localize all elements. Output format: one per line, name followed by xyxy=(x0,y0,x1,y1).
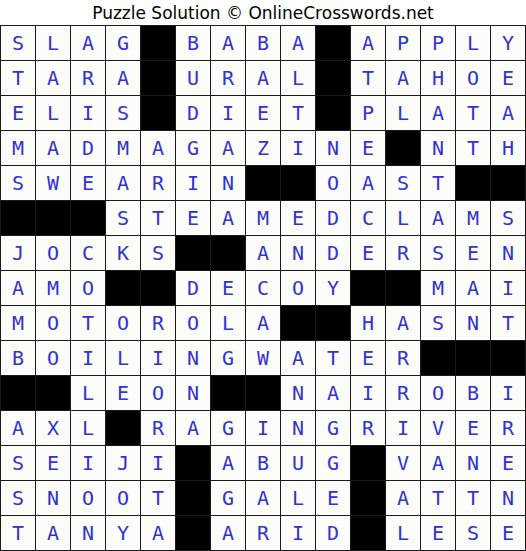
black-cell-r2-c10 xyxy=(316,61,350,95)
letter-cell-r13-c3: I xyxy=(71,446,105,480)
letter-cell-r14-c3: O xyxy=(71,481,105,515)
letter-cell-r7-c4: K xyxy=(106,236,140,270)
black-cell-r8-c4 xyxy=(106,271,140,305)
letter-cell-r6-c6: E xyxy=(176,201,210,235)
letter-cell-r15-c13: E xyxy=(421,516,455,550)
black-cell-r13-c6 xyxy=(176,446,210,480)
letter-cell-r3-c2: L xyxy=(36,96,70,130)
letter-cell-r12-c12: I xyxy=(386,411,420,445)
letter-cell-r1-c4: G xyxy=(106,26,140,60)
letter-cell-r1-c9: A xyxy=(281,26,315,60)
letter-cell-r9-c6: O xyxy=(176,306,210,340)
letter-cell-r5-c12: S xyxy=(386,166,420,200)
letter-cell-r14-c1: S xyxy=(1,481,35,515)
letter-cell-r4-c14: T xyxy=(456,131,490,165)
letter-cell-r5-c4: A xyxy=(106,166,140,200)
letter-cell-r2-c13: H xyxy=(421,61,455,95)
letter-cell-r10-c5: I xyxy=(141,341,175,375)
letter-cell-r2-c12: A xyxy=(386,61,420,95)
black-cell-r1-c10 xyxy=(316,26,350,60)
black-cell-r8-c5 xyxy=(141,271,175,305)
letter-cell-r3-c3: I xyxy=(71,96,105,130)
letter-cell-r10-c9: A xyxy=(281,341,315,375)
letter-cell-r9-c3: T xyxy=(71,306,105,340)
letter-cell-r12-c5: R xyxy=(141,411,175,445)
letter-cell-r10-c4: L xyxy=(106,341,140,375)
letter-cell-r15-c2: A xyxy=(36,516,70,550)
letter-cell-r4-c2: A xyxy=(36,131,70,165)
letter-cell-r15-c7: A xyxy=(211,516,245,550)
letter-cell-r6-c10: D xyxy=(316,201,350,235)
letter-cell-r8-c10: Y xyxy=(316,271,350,305)
letter-cell-r7-c3: C xyxy=(71,236,105,270)
black-cell-r5-c9 xyxy=(281,166,315,200)
letter-cell-r6-c8: M xyxy=(246,201,280,235)
letter-cell-r7-c8: A xyxy=(246,236,280,270)
letter-cell-r13-c14: N xyxy=(456,446,490,480)
black-cell-r15-c11 xyxy=(351,516,385,550)
letter-cell-r4-c7: A xyxy=(211,131,245,165)
letter-cell-r12-c3: L xyxy=(71,411,105,445)
black-cell-r11-c8 xyxy=(246,376,280,410)
letter-cell-r8-c6: D xyxy=(176,271,210,305)
letter-cell-r5-c7: N xyxy=(211,166,245,200)
letter-cell-r12-c7: G xyxy=(211,411,245,445)
letter-cell-r12-c14: E xyxy=(456,411,490,445)
letter-cell-r6-c7: A xyxy=(211,201,245,235)
letter-cell-r13-c8: B xyxy=(246,446,280,480)
letter-cell-r11-c12: R xyxy=(386,376,420,410)
letter-cell-r6-c11: C xyxy=(351,201,385,235)
letter-cell-r13-c1: S xyxy=(1,446,35,480)
letter-cell-r14-c12: A xyxy=(386,481,420,515)
letter-cell-r11-c3: L xyxy=(71,376,105,410)
black-cell-r14-c6 xyxy=(176,481,210,515)
letter-cell-r8-c3: O xyxy=(71,271,105,305)
letter-cell-r3-c14: T xyxy=(456,96,490,130)
black-cell-r7-c6 xyxy=(176,236,210,270)
black-cell-r11-c7 xyxy=(211,376,245,410)
letter-cell-r1-c7: A xyxy=(211,26,245,60)
letter-cell-r6-c12: L xyxy=(386,201,420,235)
letter-cell-r15-c10: D xyxy=(316,516,350,550)
letter-cell-r12-c9: N xyxy=(281,411,315,445)
letter-cell-r4-c3: D xyxy=(71,131,105,165)
letter-cell-r4-c9: I xyxy=(281,131,315,165)
letter-cell-r11-c6: N xyxy=(176,376,210,410)
black-cell-r15-c6 xyxy=(176,516,210,550)
black-cell-r10-c15 xyxy=(491,341,525,375)
letter-cell-r13-c10: G xyxy=(316,446,350,480)
letter-cell-r14-c4: O xyxy=(106,481,140,515)
letter-cell-r12-c1: A xyxy=(1,411,35,445)
letter-cell-r15-c14: S xyxy=(456,516,490,550)
letter-cell-r15-c15: E xyxy=(491,516,525,550)
letter-cell-r3-c9: T xyxy=(281,96,315,130)
black-cell-r14-c11 xyxy=(351,481,385,515)
letter-cell-r7-c2: O xyxy=(36,236,70,270)
letter-cell-r9-c11: H xyxy=(351,306,385,340)
black-cell-r8-c12 xyxy=(386,271,420,305)
letter-cell-r15-c9: I xyxy=(281,516,315,550)
letter-cell-r7-c13: S xyxy=(421,236,455,270)
black-cell-r13-c11 xyxy=(351,446,385,480)
letter-cell-r2-c15: E xyxy=(491,61,525,95)
letter-cell-r2-c1: T xyxy=(1,61,35,95)
letter-cell-r14-c13: T xyxy=(421,481,455,515)
letter-cell-r5-c11: A xyxy=(351,166,385,200)
letter-cell-r3-c6: D xyxy=(176,96,210,130)
letter-cell-r1-c11: A xyxy=(351,26,385,60)
letter-cell-r4-c11: E xyxy=(351,131,385,165)
black-cell-r9-c9 xyxy=(281,306,315,340)
letter-cell-r6-c4: S xyxy=(106,201,140,235)
letter-cell-r3-c11: P xyxy=(351,96,385,130)
letter-cell-r9-c12: A xyxy=(386,306,420,340)
letter-cell-r13-c5: I xyxy=(141,446,175,480)
letter-cell-r14-c5: T xyxy=(141,481,175,515)
letter-cell-r4-c10: N xyxy=(316,131,350,165)
black-cell-r2-c5 xyxy=(141,61,175,95)
letter-cell-r4-c15: H xyxy=(491,131,525,165)
letter-cell-r2-c7: R xyxy=(211,61,245,95)
black-cell-r7-c7 xyxy=(211,236,245,270)
letter-cell-r7-c11: E xyxy=(351,236,385,270)
letter-cell-r10-c1: B xyxy=(1,341,35,375)
letter-cell-r9-c14: N xyxy=(456,306,490,340)
letter-cell-r1-c13: P xyxy=(421,26,455,60)
letter-cell-r1-c3: A xyxy=(71,26,105,60)
letter-cell-r11-c9: N xyxy=(281,376,315,410)
letter-cell-r2-c11: T xyxy=(351,61,385,95)
black-cell-r4-c12 xyxy=(386,131,420,165)
letter-cell-r13-c7: A xyxy=(211,446,245,480)
letter-cell-r6-c13: A xyxy=(421,201,455,235)
letter-cell-r10-c10: T xyxy=(316,341,350,375)
letter-cell-r11-c15: I xyxy=(491,376,525,410)
letter-cell-r2-c6: U xyxy=(176,61,210,95)
letter-cell-r11-c14: B xyxy=(456,376,490,410)
letter-cell-r5-c2: W xyxy=(36,166,70,200)
letter-cell-r10-c11: E xyxy=(351,341,385,375)
puzzle-solution-page: Puzzle Solution © OnlineCrosswords.net S… xyxy=(0,0,526,551)
letter-cell-r14-c2: N xyxy=(36,481,70,515)
letter-cell-r10-c7: G xyxy=(211,341,245,375)
letter-cell-r12-c2: X xyxy=(36,411,70,445)
letter-cell-r4-c4: M xyxy=(106,131,140,165)
letter-cell-r15-c4: Y xyxy=(106,516,140,550)
letter-cell-r12-c15: R xyxy=(491,411,525,445)
letter-cell-r11-c13: O xyxy=(421,376,455,410)
letter-cell-r1-c2: L xyxy=(36,26,70,60)
letter-cell-r12-c6: A xyxy=(176,411,210,445)
letter-cell-r4-c5: A xyxy=(141,131,175,165)
letter-cell-r6-c15: S xyxy=(491,201,525,235)
black-cell-r12-c4 xyxy=(106,411,140,445)
letter-cell-r13-c15: E xyxy=(491,446,525,480)
letter-cell-r9-c2: O xyxy=(36,306,70,340)
letter-cell-r10-c6: N xyxy=(176,341,210,375)
letter-cell-r8-c1: A xyxy=(1,271,35,305)
black-cell-r5-c8 xyxy=(246,166,280,200)
letter-cell-r13-c2: E xyxy=(36,446,70,480)
letter-cell-r14-c8: A xyxy=(246,481,280,515)
letter-cell-r1-c6: B xyxy=(176,26,210,60)
letter-cell-r9-c15: T xyxy=(491,306,525,340)
letter-cell-r14-c15: N xyxy=(491,481,525,515)
letter-cell-r8-c13: M xyxy=(421,271,455,305)
page-title: Puzzle Solution © OnlineCrosswords.net xyxy=(0,0,526,25)
letter-cell-r2-c3: R xyxy=(71,61,105,95)
black-cell-r5-c14 xyxy=(456,166,490,200)
letter-cell-r1-c14: L xyxy=(456,26,490,60)
letter-cell-r14-c10: E xyxy=(316,481,350,515)
black-cell-r10-c14 xyxy=(456,341,490,375)
letter-cell-r6-c14: M xyxy=(456,201,490,235)
letter-cell-r2-c8: A xyxy=(246,61,280,95)
black-cell-r11-c1 xyxy=(1,376,35,410)
black-cell-r11-c2 xyxy=(36,376,70,410)
letter-cell-r13-c12: V xyxy=(386,446,420,480)
letter-cell-r8-c14: A xyxy=(456,271,490,305)
letter-cell-r7-c12: R xyxy=(386,236,420,270)
letter-cell-r6-c9: E xyxy=(281,201,315,235)
letter-cell-r7-c1: J xyxy=(1,236,35,270)
letter-cell-r7-c9: N xyxy=(281,236,315,270)
letter-cell-r13-c4: J xyxy=(106,446,140,480)
letter-cell-r8-c7: E xyxy=(211,271,245,305)
letter-cell-r5-c6: I xyxy=(176,166,210,200)
letter-cell-r3-c8: E xyxy=(246,96,280,130)
letter-cell-r15-c12: L xyxy=(386,516,420,550)
letter-cell-r1-c8: B xyxy=(246,26,280,60)
letter-cell-r10-c2: O xyxy=(36,341,70,375)
letter-cell-r14-c9: L xyxy=(281,481,315,515)
letter-cell-r1-c1: S xyxy=(1,26,35,60)
letter-cell-r1-c12: P xyxy=(386,26,420,60)
letter-cell-r9-c5: R xyxy=(141,306,175,340)
letter-cell-r5-c1: S xyxy=(1,166,35,200)
letter-cell-r15-c3: N xyxy=(71,516,105,550)
letter-cell-r7-c15: N xyxy=(491,236,525,270)
letter-cell-r3-c13: A xyxy=(421,96,455,130)
black-cell-r10-c13 xyxy=(421,341,455,375)
letter-cell-r10-c8: W xyxy=(246,341,280,375)
letter-cell-r4-c8: Z xyxy=(246,131,280,165)
letter-cell-r15-c8: R xyxy=(246,516,280,550)
black-cell-r1-c5 xyxy=(141,26,175,60)
letter-cell-r3-c12: L xyxy=(386,96,420,130)
letter-cell-r7-c5: S xyxy=(141,236,175,270)
letter-cell-r13-c9: U xyxy=(281,446,315,480)
black-cell-r5-c15 xyxy=(491,166,525,200)
black-cell-r8-c11 xyxy=(351,271,385,305)
letter-cell-r4-c1: M xyxy=(1,131,35,165)
black-cell-r6-c1 xyxy=(1,201,35,235)
letter-cell-r13-c13: A xyxy=(421,446,455,480)
letter-cell-r6-c5: T xyxy=(141,201,175,235)
letter-cell-r11-c5: O xyxy=(141,376,175,410)
letter-cell-r14-c14: T xyxy=(456,481,490,515)
letter-cell-r9-c7: L xyxy=(211,306,245,340)
letter-cell-r15-c1: T xyxy=(1,516,35,550)
letter-cell-r14-c7: G xyxy=(211,481,245,515)
letter-cell-r8-c8: C xyxy=(246,271,280,305)
letter-cell-r7-c10: D xyxy=(316,236,350,270)
letter-cell-r12-c10: G xyxy=(316,411,350,445)
letter-cell-r2-c2: A xyxy=(36,61,70,95)
letter-cell-r11-c10: A xyxy=(316,376,350,410)
letter-cell-r4-c13: N xyxy=(421,131,455,165)
black-cell-r3-c5 xyxy=(141,96,175,130)
letter-cell-r8-c9: O xyxy=(281,271,315,305)
letter-cell-r5-c5: R xyxy=(141,166,175,200)
letter-cell-r5-c10: O xyxy=(316,166,350,200)
letter-cell-r9-c8: A xyxy=(246,306,280,340)
letter-cell-r9-c1: M xyxy=(1,306,35,340)
letter-cell-r10-c3: I xyxy=(71,341,105,375)
letter-cell-r9-c4: O xyxy=(106,306,140,340)
letter-cell-r8-c2: M xyxy=(36,271,70,305)
letter-cell-r12-c8: I xyxy=(246,411,280,445)
black-cell-r6-c3 xyxy=(71,201,105,235)
letter-cell-r9-c13: S xyxy=(421,306,455,340)
letter-cell-r3-c7: I xyxy=(211,96,245,130)
letter-cell-r2-c4: A xyxy=(106,61,140,95)
letter-cell-r5-c3: E xyxy=(71,166,105,200)
letter-cell-r12-c11: R xyxy=(351,411,385,445)
black-cell-r6-c2 xyxy=(36,201,70,235)
letter-cell-r4-c6: G xyxy=(176,131,210,165)
letter-cell-r5-c13: T xyxy=(421,166,455,200)
letter-cell-r7-c14: E xyxy=(456,236,490,270)
letter-cell-r2-c9: L xyxy=(281,61,315,95)
letter-cell-r1-c15: Y xyxy=(491,26,525,60)
letter-cell-r8-c15: I xyxy=(491,271,525,305)
crossword-grid: SLAGBABAAPPLYTARAURALTAHOEELISDIETPLATAM… xyxy=(0,25,526,551)
letter-cell-r15-c5: A xyxy=(141,516,175,550)
letter-cell-r2-c14: O xyxy=(456,61,490,95)
letter-cell-r3-c1: E xyxy=(1,96,35,130)
black-cell-r9-c10 xyxy=(316,306,350,340)
letter-cell-r11-c4: E xyxy=(106,376,140,410)
letter-cell-r10-c12: R xyxy=(386,341,420,375)
letter-cell-r3-c4: S xyxy=(106,96,140,130)
letter-cell-r12-c13: V xyxy=(421,411,455,445)
black-cell-r3-c10 xyxy=(316,96,350,130)
letter-cell-r11-c11: I xyxy=(351,376,385,410)
letter-cell-r3-c15: A xyxy=(491,96,525,130)
